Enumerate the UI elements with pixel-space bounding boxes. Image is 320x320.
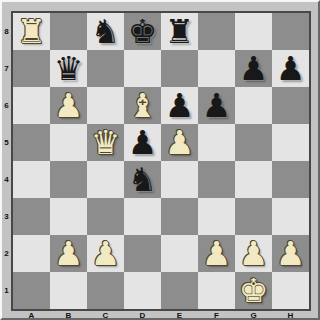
piece-black-knight: ♞ bbox=[128, 161, 158, 198]
piece-white-bishop: ♝ bbox=[128, 87, 158, 124]
square-a1[interactable] bbox=[13, 272, 50, 309]
file-label-b: B bbox=[50, 311, 87, 320]
square-c4[interactable] bbox=[87, 161, 124, 198]
square-h7[interactable]: ♟ bbox=[272, 50, 309, 87]
square-b4[interactable] bbox=[50, 161, 87, 198]
square-e6[interactable]: ♟ bbox=[161, 87, 198, 124]
square-c6[interactable] bbox=[87, 87, 124, 124]
piece-white-pawn: ♟ bbox=[54, 235, 84, 272]
square-g4[interactable] bbox=[235, 161, 272, 198]
piece-white-pawn: ♟ bbox=[276, 235, 306, 272]
square-g6[interactable] bbox=[235, 87, 272, 124]
square-g8[interactable] bbox=[235, 13, 272, 50]
square-b8[interactable] bbox=[50, 13, 87, 50]
square-e2[interactable] bbox=[161, 235, 198, 272]
board-border: ♜♞♚♜♛♟♟♟♝♟♟♛♟♟♞♟♟♟♟♟♚ bbox=[11, 11, 311, 311]
square-a3[interactable] bbox=[13, 198, 50, 235]
square-f8[interactable] bbox=[198, 13, 235, 50]
file-label-f: F bbox=[198, 311, 235, 320]
square-g2[interactable]: ♟ bbox=[235, 235, 272, 272]
square-d1[interactable] bbox=[124, 272, 161, 309]
square-b7[interactable]: ♛ bbox=[50, 50, 87, 87]
square-h3[interactable] bbox=[272, 198, 309, 235]
square-f6[interactable]: ♟ bbox=[198, 87, 235, 124]
square-b6[interactable]: ♟ bbox=[50, 87, 87, 124]
piece-white-pawn: ♟ bbox=[91, 235, 121, 272]
square-d8[interactable]: ♚ bbox=[124, 13, 161, 50]
file-label-a: A bbox=[13, 311, 50, 320]
square-a5[interactable] bbox=[13, 124, 50, 161]
square-a8[interactable]: ♜ bbox=[13, 13, 50, 50]
square-g3[interactable] bbox=[235, 198, 272, 235]
square-h2[interactable]: ♟ bbox=[272, 235, 309, 272]
piece-white-king: ♚ bbox=[239, 272, 269, 309]
square-c8[interactable]: ♞ bbox=[87, 13, 124, 50]
square-g7[interactable]: ♟ bbox=[235, 50, 272, 87]
square-h6[interactable] bbox=[272, 87, 309, 124]
rank-label-1: 1 bbox=[2, 272, 11, 309]
piece-white-pawn: ♟ bbox=[239, 235, 269, 272]
square-e8[interactable]: ♜ bbox=[161, 13, 198, 50]
piece-black-queen: ♛ bbox=[54, 50, 84, 87]
chess-board: ♜♞♚♜♛♟♟♟♝♟♟♛♟♟♞♟♟♟♟♟♚ bbox=[13, 13, 309, 309]
square-d2[interactable] bbox=[124, 235, 161, 272]
file-label-e: E bbox=[161, 311, 198, 320]
rank-label-7: 7 bbox=[2, 50, 11, 87]
square-f4[interactable] bbox=[198, 161, 235, 198]
piece-white-pawn: ♟ bbox=[54, 87, 84, 124]
rank-label-2: 2 bbox=[2, 235, 11, 272]
square-f2[interactable]: ♟ bbox=[198, 235, 235, 272]
square-a6[interactable] bbox=[13, 87, 50, 124]
square-h5[interactable] bbox=[272, 124, 309, 161]
square-a4[interactable] bbox=[13, 161, 50, 198]
piece-black-knight: ♞ bbox=[91, 13, 121, 50]
piece-white-rook: ♜ bbox=[17, 13, 47, 50]
square-e7[interactable] bbox=[161, 50, 198, 87]
piece-black-rook: ♜ bbox=[165, 13, 195, 50]
piece-black-pawn: ♟ bbox=[239, 50, 269, 87]
piece-white-pawn: ♟ bbox=[202, 235, 232, 272]
rank-label-4: 4 bbox=[2, 161, 11, 198]
square-d6[interactable]: ♝ bbox=[124, 87, 161, 124]
square-c5[interactable]: ♛ bbox=[87, 124, 124, 161]
rank-label-5: 5 bbox=[2, 124, 11, 161]
piece-white-queen: ♛ bbox=[91, 124, 121, 161]
piece-black-king: ♚ bbox=[128, 13, 158, 50]
square-c3[interactable] bbox=[87, 198, 124, 235]
square-d4[interactable]: ♞ bbox=[124, 161, 161, 198]
file-label-c: C bbox=[87, 311, 124, 320]
rank-label-8: 8 bbox=[2, 13, 11, 50]
piece-black-pawn: ♟ bbox=[128, 124, 158, 161]
square-f7[interactable] bbox=[198, 50, 235, 87]
square-e5[interactable]: ♟ bbox=[161, 124, 198, 161]
square-g5[interactable] bbox=[235, 124, 272, 161]
rank-label-3: 3 bbox=[2, 198, 11, 235]
square-b3[interactable] bbox=[50, 198, 87, 235]
square-d7[interactable] bbox=[124, 50, 161, 87]
piece-black-pawn: ♟ bbox=[165, 87, 195, 124]
square-f3[interactable] bbox=[198, 198, 235, 235]
square-e1[interactable] bbox=[161, 272, 198, 309]
square-d3[interactable] bbox=[124, 198, 161, 235]
square-c7[interactable] bbox=[87, 50, 124, 87]
square-a7[interactable] bbox=[13, 50, 50, 87]
square-h8[interactable] bbox=[272, 13, 309, 50]
square-f5[interactable] bbox=[198, 124, 235, 161]
piece-black-pawn: ♟ bbox=[202, 87, 232, 124]
rank-label-6: 6 bbox=[2, 87, 11, 124]
square-h1[interactable] bbox=[272, 272, 309, 309]
piece-white-pawn: ♟ bbox=[165, 124, 195, 161]
square-e3[interactable] bbox=[161, 198, 198, 235]
file-label-h: H bbox=[272, 311, 309, 320]
square-b5[interactable] bbox=[50, 124, 87, 161]
board-frame: 87654321 ♜♞♚♜♛♟♟♟♝♟♟♛♟♟♞♟♟♟♟♟♚ ABCDEFGH bbox=[0, 0, 320, 320]
file-label-g: G bbox=[235, 311, 272, 320]
square-d5[interactable]: ♟ bbox=[124, 124, 161, 161]
piece-black-pawn: ♟ bbox=[276, 50, 306, 87]
square-c1[interactable] bbox=[87, 272, 124, 309]
square-a2[interactable] bbox=[13, 235, 50, 272]
square-b1[interactable] bbox=[50, 272, 87, 309]
file-label-d: D bbox=[124, 311, 161, 320]
square-f1[interactable] bbox=[198, 272, 235, 309]
square-e4[interactable] bbox=[161, 161, 198, 198]
square-h4[interactable] bbox=[272, 161, 309, 198]
square-g1[interactable]: ♚ bbox=[235, 272, 272, 309]
square-b2[interactable]: ♟ bbox=[50, 235, 87, 272]
square-c2[interactable]: ♟ bbox=[87, 235, 124, 272]
